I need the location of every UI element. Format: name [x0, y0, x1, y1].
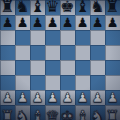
square-d6[interactable] — [45, 30, 60, 45]
square-h5[interactable] — [105, 45, 120, 60]
black-pawn[interactable]: ♟ — [30, 15, 45, 30]
square-b8[interactable]: ♞ — [15, 0, 30, 15]
square-e1[interactable]: ♚ — [60, 105, 75, 120]
black-knight[interactable]: ♞ — [90, 0, 105, 14]
black-bishop[interactable]: ♝ — [75, 0, 90, 14]
black-knight[interactable]: ♞ — [15, 0, 30, 14]
white-rook[interactable]: ♜ — [0, 109, 15, 120]
square-d2[interactable]: ♟ — [45, 90, 60, 105]
square-b7[interactable]: ♟ — [15, 15, 30, 30]
white-pawn[interactable]: ♟ — [30, 90, 45, 105]
black-rook[interactable]: ♜ — [105, 0, 120, 14]
square-f5[interactable] — [75, 45, 90, 60]
square-d4[interactable] — [45, 60, 60, 75]
square-h4[interactable] — [105, 60, 120, 75]
square-d1[interactable]: ♛ — [45, 105, 60, 120]
square-a6[interactable] — [0, 30, 15, 45]
white-king[interactable]: ♚ — [60, 109, 75, 120]
square-d5[interactable] — [45, 45, 60, 60]
square-e3[interactable] — [60, 75, 75, 90]
square-e6[interactable] — [60, 30, 75, 45]
square-g2[interactable]: ♟ — [90, 90, 105, 105]
square-e8[interactable]: ♚ — [60, 0, 75, 15]
black-bishop[interactable]: ♝ — [30, 0, 45, 14]
white-bishop[interactable]: ♝ — [30, 109, 45, 120]
square-f3[interactable] — [75, 75, 90, 90]
square-g1[interactable]: ♞ — [90, 105, 105, 120]
square-d7[interactable]: ♟ — [45, 15, 60, 30]
black-pawn[interactable]: ♟ — [0, 15, 15, 30]
square-a3[interactable] — [0, 75, 15, 90]
square-d3[interactable] — [45, 75, 60, 90]
black-pawn[interactable]: ♟ — [105, 15, 120, 30]
black-pawn[interactable]: ♟ — [45, 15, 60, 30]
square-c5[interactable] — [30, 45, 45, 60]
white-pawn[interactable]: ♟ — [90, 90, 105, 105]
white-knight[interactable]: ♞ — [90, 109, 105, 120]
square-a8[interactable]: ♜ — [0, 0, 15, 15]
square-g4[interactable] — [90, 60, 105, 75]
square-e2[interactable]: ♟ — [60, 90, 75, 105]
square-g5[interactable] — [90, 45, 105, 60]
square-h6[interactable] — [105, 30, 120, 45]
square-c8[interactable]: ♝ — [30, 0, 45, 15]
square-f2[interactable]: ♟ — [75, 90, 90, 105]
square-a7[interactable]: ♟ — [0, 15, 15, 30]
square-h8[interactable]: ♜ — [105, 0, 120, 15]
black-king[interactable]: ♚ — [60, 0, 75, 14]
white-pawn[interactable]: ♟ — [60, 90, 75, 105]
square-c7[interactable]: ♟ — [30, 15, 45, 30]
white-pawn[interactable]: ♟ — [0, 90, 15, 105]
black-rook[interactable]: ♜ — [0, 0, 15, 14]
white-queen[interactable]: ♛ — [45, 109, 60, 120]
black-pawn[interactable]: ♟ — [60, 15, 75, 30]
square-f8[interactable]: ♝ — [75, 0, 90, 15]
square-e4[interactable] — [60, 60, 75, 75]
square-f6[interactable] — [75, 30, 90, 45]
square-f7[interactable]: ♟ — [75, 15, 90, 30]
square-b6[interactable] — [15, 30, 30, 45]
square-b4[interactable] — [15, 60, 30, 75]
black-pawn[interactable]: ♟ — [75, 15, 90, 30]
chess-board: ♜♞♝♛♚♝♞♜♟♟♟♟♟♟♟♟♟♟♟♟♟♟♟♟♜♞♝♛♚♝♞♜ — [0, 0, 120, 120]
square-b2[interactable]: ♟ — [15, 90, 30, 105]
square-g8[interactable]: ♞ — [90, 0, 105, 15]
square-b5[interactable] — [15, 45, 30, 60]
square-f1[interactable]: ♝ — [75, 105, 90, 120]
square-h3[interactable] — [105, 75, 120, 90]
square-g7[interactable]: ♟ — [90, 15, 105, 30]
square-b1[interactable]: ♞ — [15, 105, 30, 120]
square-a2[interactable]: ♟ — [0, 90, 15, 105]
square-a1[interactable]: ♜ — [0, 105, 15, 120]
white-pawn[interactable]: ♟ — [75, 90, 90, 105]
square-e5[interactable] — [60, 45, 75, 60]
square-e7[interactable]: ♟ — [60, 15, 75, 30]
square-d8[interactable]: ♛ — [45, 0, 60, 15]
square-a4[interactable] — [0, 60, 15, 75]
square-g3[interactable] — [90, 75, 105, 90]
square-c6[interactable] — [30, 30, 45, 45]
square-f4[interactable] — [75, 60, 90, 75]
white-pawn[interactable]: ♟ — [45, 90, 60, 105]
square-c1[interactable]: ♝ — [30, 105, 45, 120]
square-h2[interactable]: ♟ — [105, 90, 120, 105]
white-rook[interactable]: ♜ — [105, 109, 120, 120]
black-pawn[interactable]: ♟ — [90, 15, 105, 30]
square-g6[interactable] — [90, 30, 105, 45]
black-pawn[interactable]: ♟ — [15, 15, 30, 30]
chess-app-viewport: ♜♞♝♛♚♝♞♜♟♟♟♟♟♟♟♟♟♟♟♟♟♟♟♟♜♞♝♛♚♝♞♜ — [0, 0, 120, 120]
square-c4[interactable] — [30, 60, 45, 75]
white-pawn[interactable]: ♟ — [15, 90, 30, 105]
white-pawn[interactable]: ♟ — [105, 90, 120, 105]
white-knight[interactable]: ♞ — [15, 109, 30, 120]
square-h1[interactable]: ♜ — [105, 105, 120, 120]
square-a5[interactable] — [0, 45, 15, 60]
white-bishop[interactable]: ♝ — [75, 109, 90, 120]
square-b3[interactable] — [15, 75, 30, 90]
square-c3[interactable] — [30, 75, 45, 90]
square-h7[interactable]: ♟ — [105, 15, 120, 30]
black-queen[interactable]: ♛ — [45, 0, 60, 14]
square-c2[interactable]: ♟ — [30, 90, 45, 105]
